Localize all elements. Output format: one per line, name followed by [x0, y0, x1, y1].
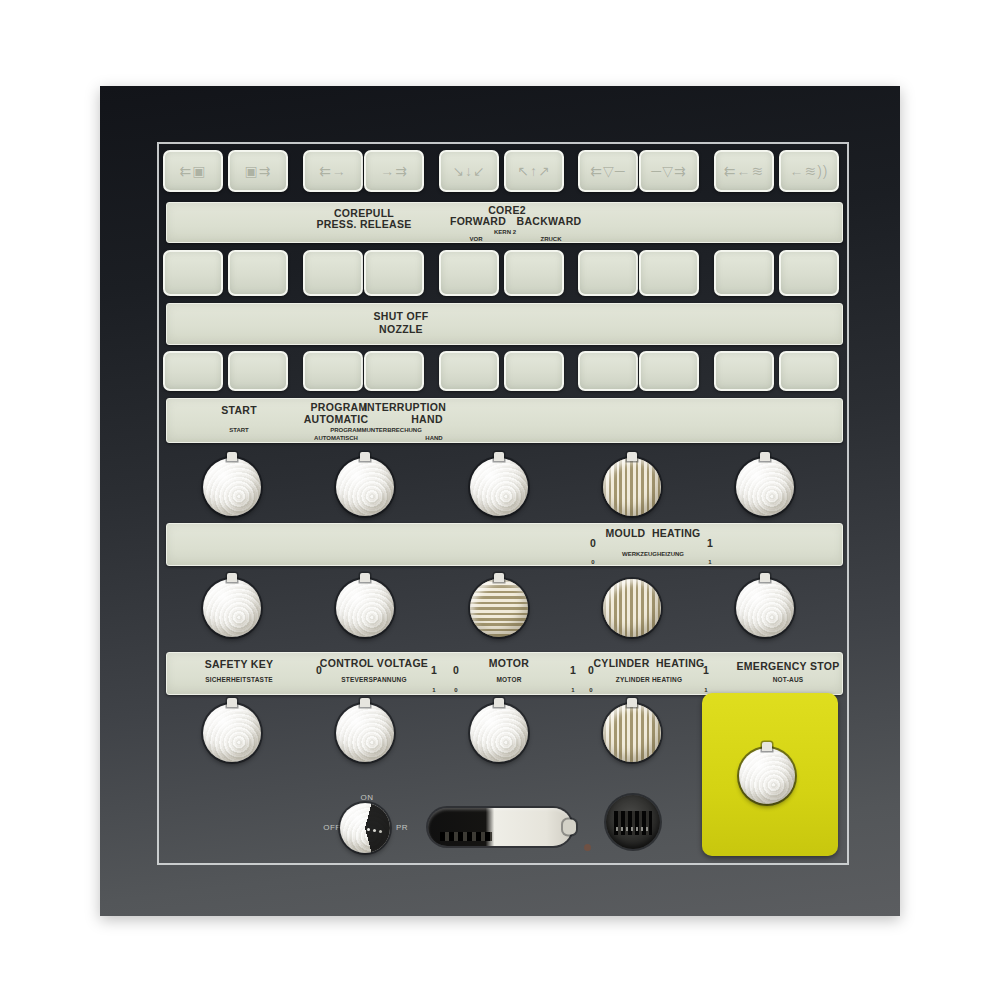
membrane-control-panel: ⇇▣ ▣⇉ ⇇→ →⇉ ↘↓↙ ↖↑↗ ⇇▽─ ─▽⇉ ⇇←≋ ←≋)) COR… [100, 86, 900, 916]
label-strip-start-program: START PROGRAM INTERRUPTION AUTOMATIC HAN… [166, 398, 843, 443]
blank-button[interactable] [228, 250, 288, 296]
blank-button[interactable] [504, 250, 564, 296]
button-nozzle-advance[interactable]: ⇇▽─ [578, 150, 638, 192]
blank-button[interactable] [714, 351, 774, 391]
program-label: PROGRAM [311, 402, 368, 413]
blank-button[interactable] [364, 351, 424, 391]
kern2-label: KERN 2 [494, 229, 516, 235]
blank-button[interactable] [578, 351, 638, 391]
emergency-stop-button[interactable] [739, 748, 795, 804]
programmunterbrechung-label: PROGRAMMUNTERBRECHUNG [330, 427, 422, 433]
corepull-retract-icon: ⇇▣ [180, 163, 207, 179]
corepull-label: COREPULL [334, 208, 394, 219]
hand-label: HAND [411, 414, 443, 425]
motor-one-small: 1 [571, 687, 574, 693]
motor-de-label: MOTOR [496, 677, 521, 684]
steverspannung-label: STEVERSPANNUNG [341, 677, 407, 684]
ejector-advance-icon: ↖↑↗ [517, 163, 550, 179]
blank-button[interactable] [364, 250, 424, 296]
knob-tab [360, 573, 370, 582]
connector-block [614, 811, 652, 835]
rotary-pointer-sector [340, 803, 390, 853]
button-corepull-retract[interactable]: ⇇▣ [163, 150, 223, 192]
knob-tab [760, 452, 770, 461]
nozzle-advance-icon: ⇇▽─ [590, 163, 625, 179]
automatisch-label: AUTOMATISCH [314, 435, 358, 441]
zylinder-heating-label: ZYLINDER HEATING [616, 677, 682, 684]
motor-zero-small: 0 [454, 687, 457, 693]
ejector-retract-icon: ↘↓↙ [452, 163, 485, 179]
product-photo: ⇇▣ ▣⇉ ⇇→ →⇉ ↘↓↙ ↖↑↗ ⇇▽─ ─▽⇉ ⇇←≋ ←≋)) COR… [0, 0, 1001, 1001]
blank-button[interactable] [714, 250, 774, 296]
button-core2-backward[interactable]: →⇉ [364, 150, 424, 192]
knob-tab [227, 573, 237, 582]
nozzle-label: NOZZLE [379, 324, 423, 335]
mould-one-label: 1 [707, 538, 713, 549]
zruck-label: ZRUCK [541, 236, 562, 242]
round-button-r3c4-striped[interactable] [603, 704, 661, 762]
blank-button-row-2 [100, 351, 900, 391]
blank-button[interactable] [639, 250, 699, 296]
label-strip-controls: SAFETY KEY 0 CONTROL VOLTAGE 1 0 MOTOR 1… [166, 652, 843, 695]
round-button-r1c3[interactable] [470, 458, 528, 516]
knob-tab [360, 698, 370, 707]
round-button-r1c1[interactable] [203, 458, 261, 516]
control-voltage-label: CONTROL VOLTAGE [320, 658, 428, 669]
button-core2-forward[interactable]: ⇇→ [303, 150, 363, 192]
round-button-r3c2[interactable] [336, 704, 394, 762]
blank-button[interactable] [228, 351, 288, 391]
cv-one-label: 1 [431, 665, 437, 676]
rotary-detent-dots [367, 828, 370, 831]
blank-button-row-1 [100, 250, 900, 296]
round-button-r1c5[interactable] [736, 458, 794, 516]
blank-button[interactable] [504, 351, 564, 391]
key-teeth [440, 832, 492, 841]
round-button-r1c4-striped[interactable] [603, 458, 661, 516]
round-button-r3c3[interactable] [470, 704, 528, 762]
knob-tab [494, 698, 504, 707]
mould-one-small-label: 1 [708, 559, 711, 565]
core2-label: CORE2 [488, 205, 526, 216]
interruption-label: INTERRUPTION [364, 402, 446, 413]
blank-button[interactable] [578, 250, 638, 296]
start-label: START [221, 405, 257, 416]
blank-button[interactable] [163, 351, 223, 391]
not-aus-label: NOT-AUS [773, 677, 804, 684]
connector-pins [616, 827, 650, 831]
knob-tab [627, 452, 637, 461]
knob-tab [494, 452, 504, 461]
button-ejector-advance[interactable]: ↖↑↗ [504, 150, 564, 192]
cyl-one-small: 1 [704, 687, 707, 693]
emergency-stop-label: EMERGENCY STOP [736, 661, 839, 672]
cyl-zero-small: 0 [589, 687, 592, 693]
knob-tab [760, 573, 770, 582]
core2-backward-icon: →⇉ [380, 163, 408, 179]
round-button-r2c4-striped[interactable] [603, 579, 661, 637]
knob-tab [227, 698, 237, 707]
vor-label: VOR [469, 236, 482, 242]
connector-socket [606, 795, 660, 849]
mould-zero-label: 0 [590, 538, 596, 549]
blank-button[interactable] [779, 351, 839, 391]
hand-de-label: HAND [425, 435, 442, 441]
screw-rotate-icon: ←≋)) [789, 163, 828, 179]
round-button-r1c2[interactable] [336, 458, 394, 516]
werkzeugheizung-label: WERKZEUGHEIZUNG [622, 551, 684, 557]
forward-label: FORWARD [450, 216, 506, 227]
pr-label: PR [396, 823, 408, 832]
motor-zero-label: 0 [453, 665, 459, 676]
nozzle-retract-icon: ─▽⇉ [651, 163, 686, 179]
mounting-dot [584, 844, 591, 851]
mould-zero-small-label: 0 [591, 559, 594, 565]
round-button-r2c2[interactable] [336, 579, 394, 637]
cyl-one-label: 1 [703, 665, 709, 676]
core2-forward-icon: ⇇→ [319, 163, 347, 179]
knob-tab [227, 452, 237, 461]
blank-button[interactable] [639, 351, 699, 391]
button-screw-rotate[interactable]: ←≋)) [779, 150, 839, 192]
round-button-r3c1[interactable] [203, 704, 261, 762]
off-label: OFF [323, 823, 341, 832]
round-button-r2c5[interactable] [736, 579, 794, 637]
button-screw-retract[interactable]: ⇇←≋ [714, 150, 774, 192]
icon-button-row: ⇇▣ ▣⇉ ⇇→ →⇉ ↘↓↙ ↖↑↗ ⇇▽─ ─▽⇉ ⇇←≋ ←≋)) [100, 150, 900, 192]
backward-label: BACKWARD [517, 216, 582, 227]
label-strip-corepull-core2: COREPULL PRESS. RELEASE CORE2 FORWARD BA… [166, 202, 843, 243]
mould-heating-label: MOULD HEATING [606, 528, 701, 539]
blank-button[interactable] [303, 250, 363, 296]
blank-button[interactable] [439, 250, 499, 296]
key-nub [563, 820, 576, 835]
round-button-r2c3-striped[interactable] [470, 579, 528, 637]
sicherheitstaste-label: SICHERHEITSTASTE [205, 677, 273, 684]
knob-tab [360, 452, 370, 461]
mode-rotary-switch[interactable] [340, 803, 390, 853]
blank-button[interactable] [779, 250, 839, 296]
cylinder-heating-label: CYLINDER HEATING [593, 658, 704, 669]
knob-tab [762, 742, 772, 751]
blank-button[interactable] [163, 250, 223, 296]
knob-tab [494, 573, 504, 582]
round-button-r2c1[interactable] [203, 579, 261, 637]
blank-button[interactable] [439, 351, 499, 391]
button-nozzle-retract[interactable]: ─▽⇉ [639, 150, 699, 192]
label-strip-shutoff-nozzle: SHUT OFF NOZZLE [166, 303, 843, 345]
label-strip-mould-heating: MOULD HEATING 0 1 WERKZEUGHEIZUNG 0 1 [166, 523, 843, 566]
cv-one-small: 1 [432, 687, 435, 693]
knob-tab [627, 698, 637, 707]
blank-button[interactable] [303, 351, 363, 391]
on-label: ON [361, 793, 374, 802]
button-ejector-retract[interactable]: ↘↓↙ [439, 150, 499, 192]
button-corepull-extend[interactable]: ▣⇉ [228, 150, 288, 192]
motor-label: MOTOR [489, 658, 529, 669]
start-de-label: START [229, 427, 249, 433]
motor-one-label: 1 [570, 665, 576, 676]
corepull-extend-icon: ▣⇉ [245, 163, 272, 179]
shutoff-label: SHUT OFF [374, 311, 429, 322]
key-switch[interactable] [428, 808, 572, 846]
press-release-label: PRESS. RELEASE [316, 219, 411, 230]
automatic-label: AUTOMATIC [304, 414, 369, 425]
screw-retract-icon: ⇇←≋ [724, 163, 764, 179]
safety-key-label: SAFETY KEY [205, 659, 274, 670]
